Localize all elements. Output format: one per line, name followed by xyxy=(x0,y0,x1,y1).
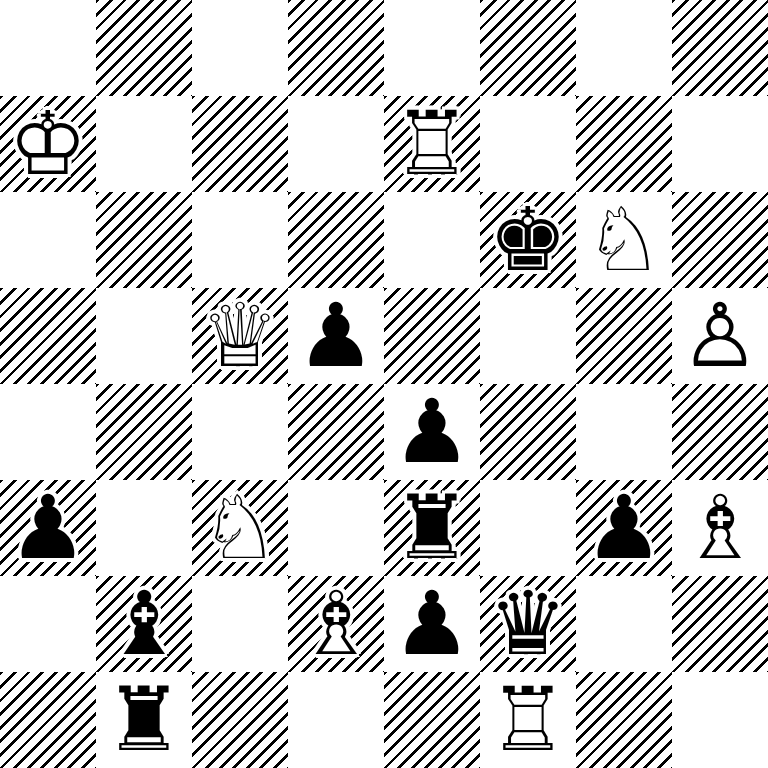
square-g4[interactable] xyxy=(576,384,672,480)
piece-white-knight-g6[interactable]: ♞♘ xyxy=(576,192,672,288)
square-d4[interactable] xyxy=(288,384,384,480)
black-pawn-icon: ♟ xyxy=(0,480,96,576)
square-c5[interactable]: ♛♕ xyxy=(192,288,288,384)
square-d3[interactable] xyxy=(288,480,384,576)
square-e5[interactable] xyxy=(384,288,480,384)
square-f2[interactable]: ♛♛ xyxy=(480,576,576,672)
square-c1[interactable] xyxy=(192,672,288,768)
square-a8[interactable] xyxy=(0,0,96,96)
piece-white-rook-e7[interactable]: ♜♖ xyxy=(384,96,480,192)
square-h8[interactable] xyxy=(672,0,768,96)
square-f8[interactable] xyxy=(480,0,576,96)
square-b3[interactable] xyxy=(96,480,192,576)
piece-white-bishop-h3[interactable]: ♝♗ xyxy=(672,480,768,576)
square-c2[interactable] xyxy=(192,576,288,672)
square-e4[interactable]: ♟♟ xyxy=(384,384,480,480)
chess-board: ♚♔♜♖♚♚♞♘♛♕♟♟♟♙♟♟♟♟♞♘♜♜♟♟♝♗♝♝♝♗♟♟♛♛♜♜♜♖ xyxy=(0,0,768,768)
piece-black-pawn-e4[interactable]: ♟♟ xyxy=(384,384,480,480)
square-h5[interactable]: ♟♙ xyxy=(672,288,768,384)
square-a4[interactable] xyxy=(0,384,96,480)
square-d5[interactable]: ♟♟ xyxy=(288,288,384,384)
square-b7[interactable] xyxy=(96,96,192,192)
square-e2[interactable]: ♟♟ xyxy=(384,576,480,672)
square-h1[interactable] xyxy=(672,672,768,768)
white-queen-icon: ♕ xyxy=(192,288,288,384)
black-pawn-icon: ♟ xyxy=(576,480,672,576)
square-c3[interactable]: ♞♘ xyxy=(192,480,288,576)
square-f5[interactable] xyxy=(480,288,576,384)
white-bishop-icon: ♗ xyxy=(672,480,768,576)
square-h3[interactable]: ♝♗ xyxy=(672,480,768,576)
piece-black-pawn-g3[interactable]: ♟♟ xyxy=(576,480,672,576)
square-c4[interactable] xyxy=(192,384,288,480)
square-b6[interactable] xyxy=(96,192,192,288)
piece-black-bishop-b2[interactable]: ♝♝ xyxy=(96,576,192,672)
square-e6[interactable] xyxy=(384,192,480,288)
square-c6[interactable] xyxy=(192,192,288,288)
black-rook-icon: ♜ xyxy=(96,672,192,768)
piece-black-pawn-a3[interactable]: ♟♟ xyxy=(0,480,96,576)
square-g7[interactable] xyxy=(576,96,672,192)
square-h7[interactable] xyxy=(672,96,768,192)
white-rook-icon: ♖ xyxy=(384,96,480,192)
square-g1[interactable] xyxy=(576,672,672,768)
square-d7[interactable] xyxy=(288,96,384,192)
square-d2[interactable]: ♝♗ xyxy=(288,576,384,672)
square-a7[interactable]: ♚♔ xyxy=(0,96,96,192)
square-b2[interactable]: ♝♝ xyxy=(96,576,192,672)
square-h6[interactable] xyxy=(672,192,768,288)
square-g8[interactable] xyxy=(576,0,672,96)
black-pawn-icon: ♟ xyxy=(288,288,384,384)
square-f4[interactable] xyxy=(480,384,576,480)
white-rook-icon: ♖ xyxy=(480,672,576,768)
black-queen-icon: ♛ xyxy=(480,576,576,672)
piece-white-bishop-d2[interactable]: ♝♗ xyxy=(288,576,384,672)
square-f3[interactable] xyxy=(480,480,576,576)
square-d1[interactable] xyxy=(288,672,384,768)
square-a6[interactable] xyxy=(0,192,96,288)
piece-white-king-a7[interactable]: ♚♔ xyxy=(0,96,96,192)
square-b5[interactable] xyxy=(96,288,192,384)
piece-black-pawn-e2[interactable]: ♟♟ xyxy=(384,576,480,672)
piece-white-knight-c3[interactable]: ♞♘ xyxy=(192,480,288,576)
piece-white-queen-c5[interactable]: ♛♕ xyxy=(192,288,288,384)
square-h4[interactable] xyxy=(672,384,768,480)
square-b1[interactable]: ♜♜ xyxy=(96,672,192,768)
piece-white-pawn-h5[interactable]: ♟♙ xyxy=(672,288,768,384)
piece-black-rook-e3[interactable]: ♜♜ xyxy=(384,480,480,576)
square-d6[interactable] xyxy=(288,192,384,288)
white-knight-icon: ♘ xyxy=(192,480,288,576)
square-b8[interactable] xyxy=(96,0,192,96)
black-pawn-icon: ♟ xyxy=(384,384,480,480)
piece-black-queen-f2[interactable]: ♛♛ xyxy=(480,576,576,672)
square-d8[interactable] xyxy=(288,0,384,96)
square-h2[interactable] xyxy=(672,576,768,672)
white-pawn-icon: ♙ xyxy=(672,288,768,384)
square-a1[interactable] xyxy=(0,672,96,768)
piece-black-king-f6[interactable]: ♚♚ xyxy=(480,192,576,288)
square-g3[interactable]: ♟♟ xyxy=(576,480,672,576)
square-a3[interactable]: ♟♟ xyxy=(0,480,96,576)
piece-black-rook-b1[interactable]: ♜♜ xyxy=(96,672,192,768)
square-a2[interactable] xyxy=(0,576,96,672)
white-bishop-icon: ♗ xyxy=(288,576,384,672)
square-g5[interactable] xyxy=(576,288,672,384)
square-g6[interactable]: ♞♘ xyxy=(576,192,672,288)
square-e1[interactable] xyxy=(384,672,480,768)
piece-white-rook-f1[interactable]: ♜♖ xyxy=(480,672,576,768)
square-f7[interactable] xyxy=(480,96,576,192)
white-king-icon: ♔ xyxy=(0,96,96,192)
square-e3[interactable]: ♜♜ xyxy=(384,480,480,576)
square-c8[interactable] xyxy=(192,0,288,96)
black-bishop-icon: ♝ xyxy=(96,576,192,672)
square-e7[interactable]: ♜♖ xyxy=(384,96,480,192)
black-pawn-icon: ♟ xyxy=(384,576,480,672)
square-f1[interactable]: ♜♖ xyxy=(480,672,576,768)
square-c7[interactable] xyxy=(192,96,288,192)
piece-black-pawn-d5[interactable]: ♟♟ xyxy=(288,288,384,384)
white-knight-icon: ♘ xyxy=(576,192,672,288)
square-f6[interactable]: ♚♚ xyxy=(480,192,576,288)
square-b4[interactable] xyxy=(96,384,192,480)
black-king-icon: ♚ xyxy=(480,192,576,288)
square-g2[interactable] xyxy=(576,576,672,672)
square-a5[interactable] xyxy=(0,288,96,384)
square-e8[interactable] xyxy=(384,0,480,96)
black-rook-icon: ♜ xyxy=(384,480,480,576)
